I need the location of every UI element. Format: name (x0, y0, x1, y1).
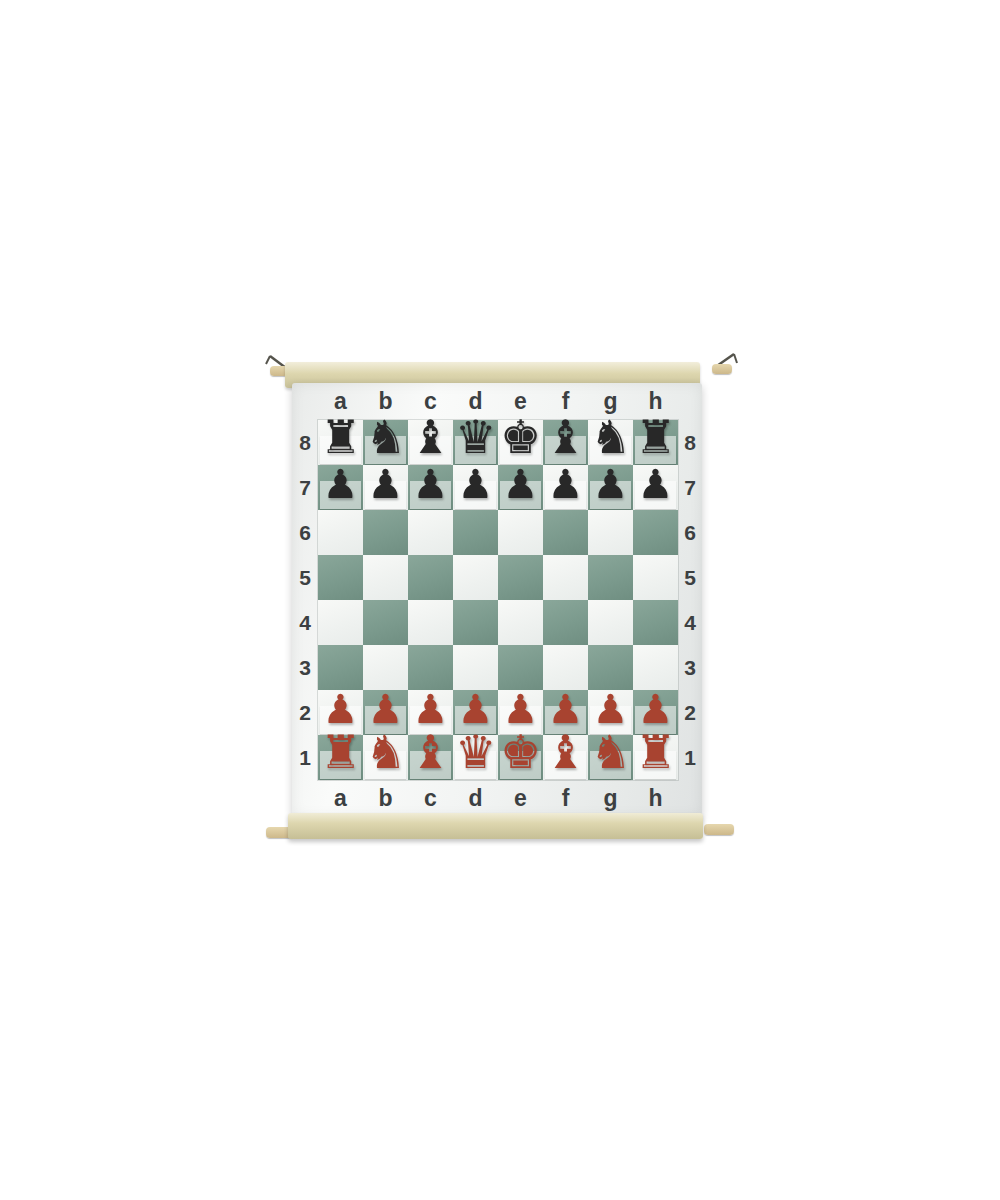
file-label-e: e (498, 787, 543, 810)
rank-label-6: 6 (678, 510, 702, 555)
bottom-dowel-end-right (704, 824, 734, 835)
piece-red-knight-b1: ♞ (365, 730, 406, 775)
square-h1: ♜ (633, 735, 678, 780)
square-h5 (633, 555, 678, 600)
rank-label-3: 3 (292, 645, 318, 690)
rank-label-1: 1 (292, 735, 318, 780)
rank-label-2: 2 (292, 690, 318, 735)
piece-black-pawn-e7: ♟ (503, 462, 539, 507)
square-c8: ♝ (408, 420, 453, 465)
file-label-d: d (453, 787, 498, 810)
rank-label-8: 8 (292, 420, 318, 465)
file-labels-bottom: abcdefgh (292, 780, 702, 817)
square-b5 (363, 555, 408, 600)
file-label-b: b (363, 787, 408, 810)
square-d3 (453, 645, 498, 690)
bottom-roll-dowel (288, 813, 703, 839)
piece-red-rook-h1: ♜ (635, 730, 676, 775)
square-e1: ♚ (498, 735, 543, 780)
square-b7: ♟ (363, 465, 408, 510)
rank-label-5: 5 (292, 555, 318, 600)
file-label-f: f (543, 787, 588, 810)
rank-labels-left: 87654321 (292, 420, 318, 780)
piece-black-bishop-c8: ♝ (410, 415, 451, 460)
square-a7: ♟ (318, 465, 363, 510)
square-d1: ♛ (453, 735, 498, 780)
rank-label-5: 5 (678, 555, 702, 600)
square-d5 (453, 555, 498, 600)
square-h8: ♜ (633, 420, 678, 465)
piece-black-pawn-b7: ♟ (368, 462, 404, 507)
piece-black-knight-b8: ♞ (365, 415, 406, 460)
file-label-h: h (633, 787, 678, 810)
rank-label-4: 4 (292, 600, 318, 645)
square-f6 (543, 510, 588, 555)
square-b1: ♞ (363, 735, 408, 780)
piece-red-king-e1: ♚ (500, 730, 541, 775)
file-label-g: g (588, 787, 633, 810)
rank-labels-right: 87654321 (678, 420, 702, 780)
piece-black-queen-d8: ♛ (455, 415, 496, 460)
square-f8: ♝ (543, 420, 588, 465)
product-photo: abcdefgh 87654321 ♜♞♝♛♚♝♞♜♟♟♟♟♟♟♟♟♟♟♟♟♟♟… (0, 0, 1000, 1200)
square-e8: ♚ (498, 420, 543, 465)
square-g1: ♞ (588, 735, 633, 780)
piece-black-rook-h8: ♜ (635, 415, 676, 460)
rank-label-6: 6 (292, 510, 318, 555)
square-h6 (633, 510, 678, 555)
rank-label-1: 1 (678, 735, 702, 780)
square-d8: ♛ (453, 420, 498, 465)
square-b4 (363, 600, 408, 645)
square-b8: ♞ (363, 420, 408, 465)
square-e3 (498, 645, 543, 690)
piece-black-pawn-g7: ♟ (593, 462, 629, 507)
square-d4 (453, 600, 498, 645)
chess-board: ♜♞♝♛♚♝♞♜♟♟♟♟♟♟♟♟♟♟♟♟♟♟♟♟♜♞♝♛♚♝♞♜ (318, 420, 678, 780)
rank-label-2: 2 (678, 690, 702, 735)
square-c3 (408, 645, 453, 690)
square-g4 (588, 600, 633, 645)
square-h4 (633, 600, 678, 645)
square-c7: ♟ (408, 465, 453, 510)
square-c1: ♝ (408, 735, 453, 780)
square-a4 (318, 600, 363, 645)
file-label-a: a (318, 787, 363, 810)
square-b6 (363, 510, 408, 555)
square-g8: ♞ (588, 420, 633, 465)
square-b3 (363, 645, 408, 690)
piece-red-bishop-f1: ♝ (545, 730, 586, 775)
square-a5 (318, 555, 363, 600)
square-g6 (588, 510, 633, 555)
piece-black-bishop-f8: ♝ (545, 415, 586, 460)
piece-red-knight-g1: ♞ (590, 730, 631, 775)
square-c4 (408, 600, 453, 645)
top-dowel-end-right (712, 364, 732, 374)
vinyl-board-sheet: abcdefgh 87654321 ♜♞♝♛♚♝♞♜♟♟♟♟♟♟♟♟♟♟♟♟♟♟… (292, 383, 702, 817)
square-e4 (498, 600, 543, 645)
square-f3 (543, 645, 588, 690)
square-g3 (588, 645, 633, 690)
piece-black-king-e8: ♚ (500, 415, 541, 460)
rank-label-7: 7 (678, 465, 702, 510)
square-a8: ♜ (318, 420, 363, 465)
piece-red-bishop-c1: ♝ (410, 730, 451, 775)
piece-black-pawn-f7: ♟ (548, 462, 584, 507)
square-g5 (588, 555, 633, 600)
rank-label-7: 7 (292, 465, 318, 510)
piece-black-pawn-d7: ♟ (458, 462, 494, 507)
square-e6 (498, 510, 543, 555)
file-label-c: c (408, 787, 453, 810)
demo-board-banner: abcdefgh 87654321 ♜♞♝♛♚♝♞♜♟♟♟♟♟♟♟♟♟♟♟♟♟♟… (266, 350, 734, 852)
square-h3 (633, 645, 678, 690)
square-c6 (408, 510, 453, 555)
square-h7: ♟ (633, 465, 678, 510)
piece-black-knight-g8: ♞ (590, 415, 631, 460)
square-f4 (543, 600, 588, 645)
square-a3 (318, 645, 363, 690)
rank-label-4: 4 (678, 600, 702, 645)
square-c5 (408, 555, 453, 600)
square-e7: ♟ (498, 465, 543, 510)
rank-label-3: 3 (678, 645, 702, 690)
square-f5 (543, 555, 588, 600)
rank-label-8: 8 (678, 420, 702, 465)
square-e5 (498, 555, 543, 600)
square-a6 (318, 510, 363, 555)
square-a1: ♜ (318, 735, 363, 780)
square-d6 (453, 510, 498, 555)
square-f7: ♟ (543, 465, 588, 510)
piece-black-pawn-h7: ♟ (638, 462, 674, 507)
square-f1: ♝ (543, 735, 588, 780)
square-d7: ♟ (453, 465, 498, 510)
piece-black-pawn-a7: ♟ (323, 462, 359, 507)
piece-black-pawn-c7: ♟ (413, 462, 449, 507)
piece-red-rook-a1: ♜ (320, 730, 361, 775)
square-g7: ♟ (588, 465, 633, 510)
piece-black-rook-a8: ♜ (320, 415, 361, 460)
piece-red-queen-d1: ♛ (455, 730, 496, 775)
